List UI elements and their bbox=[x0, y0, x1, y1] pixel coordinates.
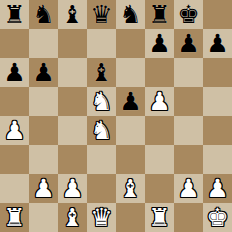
square-e5[interactable]: ♟ bbox=[116, 87, 145, 116]
square-h8[interactable] bbox=[203, 0, 232, 29]
square-h1[interactable]: ♚ bbox=[203, 203, 232, 232]
square-d4[interactable]: ♞ bbox=[87, 116, 116, 145]
white-queen-piece[interactable]: ♛ bbox=[90, 203, 112, 232]
black-pawn-piece[interactable]: ♟ bbox=[148, 29, 170, 58]
square-f3[interactable] bbox=[145, 145, 174, 174]
black-bishop-piece[interactable]: ♝ bbox=[90, 58, 112, 87]
square-a5[interactable] bbox=[0, 87, 29, 116]
black-rook-piece[interactable]: ♜ bbox=[3, 0, 25, 29]
white-bishop-piece[interactable]: ♝ bbox=[119, 174, 141, 203]
square-a2[interactable] bbox=[0, 174, 29, 203]
white-knight-piece[interactable]: ♞ bbox=[90, 116, 112, 145]
square-g6[interactable] bbox=[174, 58, 203, 87]
square-e7[interactable] bbox=[116, 29, 145, 58]
white-pawn-piece[interactable]: ♟ bbox=[206, 174, 228, 203]
square-b6[interactable]: ♟ bbox=[29, 58, 58, 87]
black-pawn-piece[interactable]: ♟ bbox=[177, 29, 199, 58]
square-g1[interactable] bbox=[174, 203, 203, 232]
square-a3[interactable] bbox=[0, 145, 29, 174]
square-a8[interactable]: ♜ bbox=[0, 0, 29, 29]
black-king-piece[interactable]: ♚ bbox=[177, 0, 199, 29]
black-knight-piece[interactable]: ♞ bbox=[32, 0, 54, 29]
square-c8[interactable]: ♝ bbox=[58, 0, 87, 29]
white-pawn-piece[interactable]: ♟ bbox=[32, 174, 54, 203]
square-c3[interactable] bbox=[58, 145, 87, 174]
square-h4[interactable] bbox=[203, 116, 232, 145]
black-pawn-piece[interactable]: ♟ bbox=[206, 29, 228, 58]
square-d8[interactable]: ♛ bbox=[87, 0, 116, 29]
black-queen-piece[interactable]: ♛ bbox=[90, 0, 112, 29]
square-h2[interactable]: ♟ bbox=[203, 174, 232, 203]
square-g7[interactable]: ♟ bbox=[174, 29, 203, 58]
square-e4[interactable] bbox=[116, 116, 145, 145]
white-pawn-piece[interactable]: ♟ bbox=[177, 174, 199, 203]
square-b5[interactable] bbox=[29, 87, 58, 116]
square-d6[interactable]: ♝ bbox=[87, 58, 116, 87]
square-h6[interactable] bbox=[203, 58, 232, 87]
square-a6[interactable]: ♟ bbox=[0, 58, 29, 87]
square-g8[interactable]: ♚ bbox=[174, 0, 203, 29]
square-c7[interactable] bbox=[58, 29, 87, 58]
square-f5[interactable]: ♟ bbox=[145, 87, 174, 116]
square-g5[interactable] bbox=[174, 87, 203, 116]
square-d2[interactable] bbox=[87, 174, 116, 203]
square-e8[interactable]: ♞ bbox=[116, 0, 145, 29]
square-f2[interactable] bbox=[145, 174, 174, 203]
square-f8[interactable]: ♜ bbox=[145, 0, 174, 29]
square-g4[interactable] bbox=[174, 116, 203, 145]
square-b1[interactable] bbox=[29, 203, 58, 232]
white-pawn-piece[interactable]: ♟ bbox=[148, 87, 170, 116]
white-rook-piece[interactable]: ♜ bbox=[148, 203, 170, 232]
black-rook-piece[interactable]: ♜ bbox=[148, 0, 170, 29]
white-rook-piece[interactable]: ♜ bbox=[3, 203, 25, 232]
square-e2[interactable]: ♝ bbox=[116, 174, 145, 203]
white-pawn-piece[interactable]: ♟ bbox=[61, 174, 83, 203]
square-d3[interactable] bbox=[87, 145, 116, 174]
square-c4[interactable] bbox=[58, 116, 87, 145]
square-d7[interactable] bbox=[87, 29, 116, 58]
square-c1[interactable]: ♝ bbox=[58, 203, 87, 232]
square-h5[interactable] bbox=[203, 87, 232, 116]
square-e6[interactable] bbox=[116, 58, 145, 87]
white-bishop-piece[interactable]: ♝ bbox=[61, 203, 83, 232]
square-a4[interactable]: ♟ bbox=[0, 116, 29, 145]
chess-board: ♜♞♝♛♞♜♚♟♟♟♟♟♝♞♟♟♟♞♟♟♝♟♟♜♝♛♜♚ bbox=[0, 0, 232, 232]
square-f6[interactable] bbox=[145, 58, 174, 87]
black-pawn-piece[interactable]: ♟ bbox=[3, 58, 25, 87]
white-king-piece[interactable]: ♚ bbox=[206, 203, 228, 232]
square-c2[interactable]: ♟ bbox=[58, 174, 87, 203]
square-f7[interactable]: ♟ bbox=[145, 29, 174, 58]
square-f4[interactable] bbox=[145, 116, 174, 145]
square-f1[interactable]: ♜ bbox=[145, 203, 174, 232]
black-pawn-piece[interactable]: ♟ bbox=[32, 58, 54, 87]
square-b3[interactable] bbox=[29, 145, 58, 174]
black-bishop-piece[interactable]: ♝ bbox=[61, 0, 83, 29]
square-d5[interactable]: ♞ bbox=[87, 87, 116, 116]
white-knight-piece[interactable]: ♞ bbox=[90, 87, 112, 116]
square-e3[interactable] bbox=[116, 145, 145, 174]
square-h3[interactable] bbox=[203, 145, 232, 174]
black-knight-piece[interactable]: ♞ bbox=[119, 0, 141, 29]
square-g2[interactable]: ♟ bbox=[174, 174, 203, 203]
square-b8[interactable]: ♞ bbox=[29, 0, 58, 29]
white-pawn-piece[interactable]: ♟ bbox=[3, 116, 25, 145]
square-c5[interactable] bbox=[58, 87, 87, 116]
square-g3[interactable] bbox=[174, 145, 203, 174]
square-b2[interactable]: ♟ bbox=[29, 174, 58, 203]
square-e1[interactable] bbox=[116, 203, 145, 232]
square-b4[interactable] bbox=[29, 116, 58, 145]
square-h7[interactable]: ♟ bbox=[203, 29, 232, 58]
square-b7[interactable] bbox=[29, 29, 58, 58]
square-c6[interactable] bbox=[58, 58, 87, 87]
square-a7[interactable] bbox=[0, 29, 29, 58]
black-pawn-piece[interactable]: ♟ bbox=[119, 87, 141, 116]
square-d1[interactable]: ♛ bbox=[87, 203, 116, 232]
square-a1[interactable]: ♜ bbox=[0, 203, 29, 232]
